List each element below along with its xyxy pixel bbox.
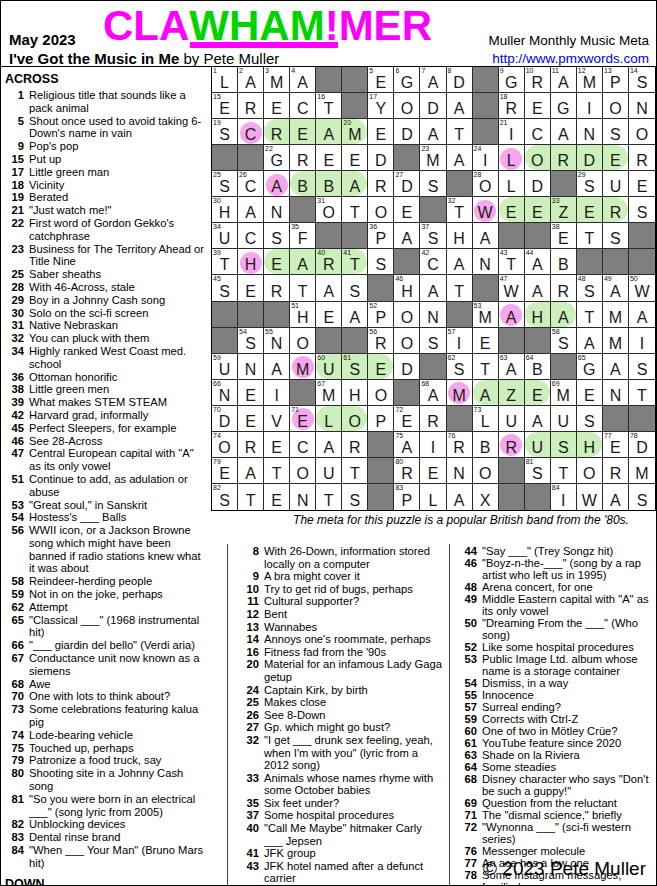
grid-cell[interactable]: E xyxy=(420,458,446,484)
grid-cell[interactable]: O xyxy=(394,328,420,354)
grid-cell[interactable]: P xyxy=(368,406,394,432)
grid-cell[interactable]: T xyxy=(342,197,368,223)
grid-cell[interactable]: L xyxy=(499,171,525,197)
clue-number: 15 xyxy=(5,153,29,166)
clue-text: Ottoman honorific xyxy=(29,371,207,384)
grid-cell[interactable]: X xyxy=(473,484,499,510)
clue-item: 47Central European capital with "A" as i… xyxy=(5,447,207,473)
grid-cell[interactable]: R xyxy=(551,275,577,301)
grid-cell[interactable]: T xyxy=(342,458,368,484)
grid-cell[interactable]: B xyxy=(290,171,316,197)
grid-cell[interactable]: E xyxy=(264,249,290,275)
grid-cell[interactable]: 30H xyxy=(212,197,238,223)
grid-cell[interactable]: 73L xyxy=(473,406,499,432)
grid-cell[interactable]: S xyxy=(342,484,368,510)
grid-cell[interactable]: 84I xyxy=(551,484,577,510)
clue-item: 69Question from the reluctant xyxy=(453,797,654,809)
cell-letter: S xyxy=(238,335,263,352)
grid-cell[interactable]: 48S xyxy=(577,275,603,301)
grid-cell[interactable]: 58S xyxy=(551,328,577,354)
grid-cell[interactable]: N xyxy=(629,93,655,119)
cell-letter: S xyxy=(212,178,237,195)
grid-cell[interactable]: O xyxy=(473,458,499,484)
grid-cell[interactable]: 56R xyxy=(368,328,394,354)
grid-cell[interactable]: T xyxy=(264,458,290,484)
grid-cell[interactable]: A xyxy=(447,93,473,119)
grid-cell[interactable]: 23M xyxy=(420,145,446,171)
grid-cell[interactable]: 35F xyxy=(290,223,316,249)
grid-cell[interactable]: S xyxy=(551,432,577,458)
grid-cell[interactable]: T xyxy=(316,484,342,510)
grid-cell[interactable]: A xyxy=(238,197,264,223)
clue-number: 62 xyxy=(5,601,29,614)
grid-cell[interactable]: 29S xyxy=(577,171,603,197)
grid-cell[interactable]: 64B xyxy=(525,354,551,380)
grid-cell[interactable]: R xyxy=(420,406,446,432)
cell-letter: O xyxy=(316,204,341,221)
grid-cell[interactable]: R xyxy=(629,145,655,171)
grid-cell[interactable]: O xyxy=(368,380,394,406)
grid-cell[interactable]: 8D xyxy=(447,67,473,93)
grid-cell[interactable]: U xyxy=(499,406,525,432)
grid-cell[interactable]: I xyxy=(577,93,603,119)
grid-cell[interactable]: A xyxy=(603,354,629,380)
grid-cell[interactable]: 36P xyxy=(368,223,394,249)
grid-cell[interactable]: 32T xyxy=(447,197,473,223)
title-segment: MER xyxy=(339,2,432,49)
grid-cell[interactable]: A xyxy=(342,302,368,328)
grid-cell[interactable]: T xyxy=(629,380,655,406)
grid-cell[interactable]: T xyxy=(473,354,499,380)
grid-cell[interactable]: O xyxy=(394,93,420,119)
grid-cell[interactable]: 57I xyxy=(447,328,473,354)
grid-cell[interactable]: A xyxy=(264,354,290,380)
grid-cell[interactable]: 47W xyxy=(499,275,525,301)
grid-cell[interactable]: O xyxy=(342,406,368,432)
grid-cell[interactable]: A xyxy=(290,249,316,275)
grid-cell[interactable]: 38E xyxy=(551,223,577,249)
clue-item: 57Surreal ending? xyxy=(453,701,654,713)
grid-cell[interactable]: A xyxy=(577,328,603,354)
grid-cell[interactable]: 26C xyxy=(238,171,264,197)
clue-text: Bent xyxy=(264,608,443,621)
grid-cell[interactable]: N xyxy=(264,197,290,223)
grid-cell[interactable]: E xyxy=(316,145,342,171)
cell-letter: O xyxy=(473,465,498,482)
grid-cell[interactable]: H xyxy=(525,302,551,328)
grid-cell[interactable]: R xyxy=(290,145,316,171)
grid-cell[interactable]: D xyxy=(394,354,420,380)
grid-cell[interactable]: 49A xyxy=(603,275,629,301)
grid-cell[interactable]: 10R xyxy=(525,67,551,93)
grid-cell[interactable]: 77E xyxy=(603,432,629,458)
grid-cell[interactable]: 55N xyxy=(264,328,290,354)
cell-letter: A xyxy=(447,492,472,509)
grid-cell[interactable]: 28O xyxy=(473,171,499,197)
grid-cell[interactable]: 75A xyxy=(394,432,420,458)
grid-cell[interactable]: S xyxy=(420,171,446,197)
grid-cell[interactable]: 33Z xyxy=(551,197,577,223)
grid-cell[interactable]: E xyxy=(264,93,290,119)
grid-cell[interactable]: 81S xyxy=(525,458,551,484)
clue-item: 16Fitness fad from the '90s xyxy=(235,646,443,659)
grid-cell-block xyxy=(368,275,394,301)
grid-cell[interactable]: 50W xyxy=(629,275,655,301)
grid-cell[interactable]: A xyxy=(238,458,264,484)
grid-cell[interactable]: B xyxy=(316,171,342,197)
grid-cell[interactable]: E xyxy=(368,119,394,145)
cell-letter: A xyxy=(420,283,445,300)
cell-letter: L xyxy=(316,413,341,430)
grid-cell[interactable]: 18R xyxy=(499,93,525,119)
grid-cell[interactable]: 5E xyxy=(368,67,394,93)
grid-cell[interactable]: H xyxy=(577,432,603,458)
grid-cell[interactable]: S xyxy=(577,406,603,432)
site-link[interactable]: http://www.pmxwords.com xyxy=(492,51,649,66)
grid-cell[interactable]: I xyxy=(420,432,446,458)
grid-cell[interactable]: A xyxy=(447,145,473,171)
grid-cell[interactable]: R xyxy=(499,432,525,458)
grid-cell[interactable]: E xyxy=(290,119,316,145)
clue-item: 25Makes close xyxy=(235,696,443,709)
grid-cell[interactable]: A xyxy=(525,406,551,432)
grid-cell[interactable]: A xyxy=(447,249,473,275)
grid-cell[interactable]: 9G xyxy=(499,67,525,93)
cell-letter: M xyxy=(264,74,289,91)
grid-cell[interactable]: R xyxy=(551,145,577,171)
cell-letter: M xyxy=(473,309,498,326)
grid-cell[interactable]: N xyxy=(603,380,629,406)
grid-cell[interactable]: 4A xyxy=(290,67,316,93)
grid-cell[interactable]: 21I xyxy=(499,119,525,145)
grid-cell[interactable]: 11A xyxy=(551,67,577,93)
grid-cell[interactable]: 42C xyxy=(420,249,446,275)
grid-cell[interactable]: 2A xyxy=(238,67,264,93)
grid-cell[interactable]: N xyxy=(577,119,603,145)
grid-cell[interactable]: R xyxy=(238,432,264,458)
grid-cell[interactable]: 76R xyxy=(447,432,473,458)
grid-cell[interactable]: 67M xyxy=(316,380,342,406)
grid-cell[interactable]: T xyxy=(551,458,577,484)
clue-text: Conductance unit now known as a siemens xyxy=(29,652,207,678)
grid-cell[interactable]: A xyxy=(629,302,655,328)
grid-cell[interactable]: E xyxy=(525,197,551,223)
grid-cell[interactable]: 79E xyxy=(212,458,238,484)
grid-cell[interactable]: A xyxy=(473,380,499,406)
cell-letter: R xyxy=(499,439,524,456)
grid-cell[interactable]: N xyxy=(447,458,473,484)
grid-cell[interactable]: R xyxy=(603,458,629,484)
grid-cell[interactable]: D xyxy=(525,171,551,197)
grid-cell[interactable]: O xyxy=(394,302,420,328)
grid-cell[interactable]: 13P xyxy=(603,67,629,93)
cell-letter: B xyxy=(290,178,315,195)
grid-cell[interactable]: S xyxy=(603,119,629,145)
grid-cell[interactable]: M xyxy=(290,354,316,380)
grid-cell[interactable]: L xyxy=(499,145,525,171)
grid-cell[interactable]: 12M xyxy=(577,67,603,93)
grid-cell[interactable]: E xyxy=(525,93,551,119)
grid-cell[interactable]: A xyxy=(420,119,446,145)
grid-cell[interactable]: 1L xyxy=(212,67,238,93)
grid-cell[interactable]: 63A xyxy=(499,354,525,380)
grid-cell[interactable]: 19S xyxy=(212,119,238,145)
grid-cell[interactable]: T xyxy=(577,302,603,328)
clue-number: 65 xyxy=(5,614,29,640)
grid-cell[interactable]: C xyxy=(238,223,264,249)
grid-cell[interactable]: R xyxy=(264,275,290,301)
grid-cell[interactable]: A xyxy=(473,223,499,249)
grid-cell[interactable]: E xyxy=(368,354,394,380)
grid-cell[interactable]: 43T xyxy=(499,249,525,275)
grid-cell[interactable]: S xyxy=(420,328,446,354)
grid-cell[interactable]: R xyxy=(342,432,368,458)
clue-text: "When ___ Your Man" (Bruno Mars hit) xyxy=(29,844,207,870)
grid-cell[interactable]: 39T xyxy=(212,249,238,275)
grid-cell[interactable]: H xyxy=(447,223,473,249)
grid-cell-block xyxy=(525,223,551,249)
grid-cell[interactable]: C xyxy=(290,432,316,458)
grid-cell[interactable]: N xyxy=(420,302,446,328)
grid-cell[interactable]: E xyxy=(264,484,290,510)
grid-cell[interactable]: E xyxy=(238,275,264,301)
grid-cell[interactable]: A xyxy=(420,275,446,301)
grid-cell[interactable]: 31O xyxy=(316,197,342,223)
grid-cell[interactable]: A xyxy=(603,484,629,510)
grid-cell[interactable]: 82S xyxy=(212,484,238,510)
clue-number: 68 xyxy=(453,773,482,797)
grid-cell[interactable]: 6G xyxy=(394,67,420,93)
grid-cell[interactable]: O xyxy=(290,328,316,354)
grid-cell[interactable]: A xyxy=(551,302,577,328)
grid-cell[interactable]: M xyxy=(603,328,629,354)
cell-letter: T xyxy=(342,256,367,273)
grid-cell[interactable]: M xyxy=(629,458,655,484)
grid-cell[interactable]: 20M xyxy=(342,119,368,145)
grid-cell[interactable]: L xyxy=(420,484,446,510)
clue-number: 14 xyxy=(235,633,264,646)
grid-cell[interactable]: 71E xyxy=(290,406,316,432)
grid-cell[interactable]: 25S xyxy=(212,171,238,197)
grid-cell[interactable]: D xyxy=(420,93,446,119)
grid-cell[interactable]: T xyxy=(447,275,473,301)
cell-letter: A xyxy=(629,309,655,326)
grid-cell[interactable]: 14S xyxy=(629,67,655,93)
grid-cell[interactable]: H xyxy=(238,249,264,275)
grid-cell[interactable]: B xyxy=(473,432,499,458)
cell-letter: E xyxy=(629,178,655,195)
grid-cell[interactable]: D xyxy=(368,145,394,171)
grid-cell[interactable]: H xyxy=(342,380,368,406)
grid-cell[interactable]: C xyxy=(290,93,316,119)
grid-cell[interactable]: T xyxy=(577,223,603,249)
grid-cell[interactable]: N xyxy=(290,484,316,510)
grid-cell[interactable]: U xyxy=(316,458,342,484)
grid-cell[interactable]: O xyxy=(629,119,655,145)
cell-letter: L xyxy=(499,178,524,195)
clue-number: 83 xyxy=(5,831,29,844)
grid-cell[interactable]: R xyxy=(264,119,290,145)
grid-cell[interactable]: 66N xyxy=(212,380,238,406)
grid-cell[interactable]: A xyxy=(447,484,473,510)
grid-cell[interactable]: S xyxy=(264,223,290,249)
grid-cell[interactable]: A xyxy=(551,119,577,145)
grid-cell[interactable]: A xyxy=(316,275,342,301)
grid-cell[interactable]: E xyxy=(342,145,368,171)
grid-cell[interactable]: 52P xyxy=(368,302,394,328)
grid-cell[interactable]: 61S xyxy=(342,354,368,380)
clue-item: 46"Boyz-n-the-___" (song by a rap artist… xyxy=(453,557,654,581)
grid-cell[interactable]: L xyxy=(316,406,342,432)
grid-cell[interactable]: 51H xyxy=(290,302,316,328)
grid-cell[interactable]: 54S xyxy=(238,328,264,354)
cell-letter: M xyxy=(603,335,628,352)
cell-letter: U xyxy=(551,413,576,430)
grid-cell[interactable]: Z xyxy=(499,380,525,406)
grid-cell[interactable]: 53M xyxy=(473,302,499,328)
grid-cell-block xyxy=(342,67,368,93)
grid-cell[interactable]: I xyxy=(629,328,655,354)
cell-letter: A xyxy=(603,361,628,378)
grid-cell[interactable]: R xyxy=(368,171,394,197)
grid-cell[interactable]: 15E xyxy=(212,93,238,119)
grid-cell[interactable]: C xyxy=(525,119,551,145)
grid-cell[interactable]: W xyxy=(577,484,603,510)
grid-cell[interactable]: E xyxy=(499,197,525,223)
grid-cell[interactable]: U xyxy=(525,432,551,458)
grid-cell[interactable]: 72E xyxy=(394,406,420,432)
grid-cell[interactable]: G xyxy=(551,93,577,119)
grid-cell[interactable]: O xyxy=(368,197,394,223)
cell-letter: S xyxy=(212,492,237,509)
grid-cell[interactable]: D xyxy=(577,145,603,171)
grid-cell[interactable]: E xyxy=(316,302,342,328)
grid-cell[interactable]: 78D xyxy=(629,432,655,458)
grid-cell[interactable]: A xyxy=(264,171,290,197)
grid-cell[interactable]: E xyxy=(525,380,551,406)
clue-number: 30 xyxy=(5,307,29,320)
grid-cell[interactable]: A xyxy=(394,223,420,249)
grid-cell[interactable]: S xyxy=(368,249,394,275)
grid-cell[interactable]: O xyxy=(603,93,629,119)
grid-cell[interactable]: 70D xyxy=(212,406,238,432)
clue-text: Some steadies xyxy=(482,761,654,773)
clue-item: 32"I get ___ drunk sex feeling, yeah, wh… xyxy=(235,734,443,772)
grid-cell[interactable]: B xyxy=(551,249,577,275)
grid-cell[interactable]: 37S xyxy=(420,223,446,249)
grid-cell[interactable]: 27D xyxy=(394,171,420,197)
grid-cell[interactable]: T xyxy=(238,484,264,510)
grid-cell[interactable]: R xyxy=(238,93,264,119)
cell-letter: S xyxy=(420,178,445,195)
cell-letter: C xyxy=(290,100,315,117)
grid-cell[interactable]: N xyxy=(473,249,499,275)
grid-cell[interactable]: A xyxy=(342,171,368,197)
grid-cell[interactable]: A xyxy=(525,275,551,301)
grid-cell[interactable]: 7A xyxy=(420,67,446,93)
grid-cell[interactable]: M xyxy=(603,302,629,328)
grid-cell[interactable]: C xyxy=(238,119,264,145)
grid-cell[interactable]: 24I xyxy=(473,145,499,171)
clue-number: 18 xyxy=(5,179,29,192)
grid-cell[interactable]: E xyxy=(603,145,629,171)
grid-cell[interactable]: 40R xyxy=(316,249,342,275)
grid-cell[interactable]: 46H xyxy=(394,275,420,301)
grid-cell[interactable]: S xyxy=(342,275,368,301)
grid-cell[interactable]: E xyxy=(577,197,603,223)
grid-cell[interactable]: 68A xyxy=(420,380,446,406)
grid-cell[interactable]: V xyxy=(264,406,290,432)
grid-cell[interactable]: O xyxy=(525,145,551,171)
grid-cell[interactable]: 60U xyxy=(316,354,342,380)
grid-cell[interactable]: E xyxy=(238,380,264,406)
grid-cell[interactable]: E xyxy=(394,197,420,223)
grid-cell[interactable]: 41T xyxy=(342,249,368,275)
grid-cell[interactable]: S xyxy=(629,354,655,380)
clue-item: 62Attempt xyxy=(5,601,207,614)
grid-cell[interactable]: E xyxy=(238,406,264,432)
grid-cell[interactable]: M xyxy=(447,380,473,406)
grid-cell[interactable]: 34U xyxy=(212,223,238,249)
grid-cell[interactable]: 44A xyxy=(525,249,551,275)
grid-cell[interactable]: S xyxy=(629,484,655,510)
clue-number: 38 xyxy=(5,383,29,396)
grid-cell[interactable]: U xyxy=(603,171,629,197)
grid-cell[interactable]: 59U xyxy=(212,354,238,380)
grid-cell[interactable]: O xyxy=(577,458,603,484)
grid-cell[interactable]: 3M xyxy=(264,67,290,93)
grid-cell[interactable]: E xyxy=(473,328,499,354)
cell-letter: E xyxy=(264,256,289,273)
cell-letter: I xyxy=(264,387,289,404)
grid-cell[interactable]: N xyxy=(238,354,264,380)
grid-cell[interactable]: A xyxy=(499,302,525,328)
grid-cell[interactable]: 83P xyxy=(394,484,420,510)
grid-cell[interactable]: 45S xyxy=(212,275,238,301)
grid-cell[interactable]: 65G xyxy=(577,354,603,380)
grid-cell[interactable]: R xyxy=(603,197,629,223)
grid-cell[interactable]: 22G xyxy=(264,145,290,171)
grid-cell[interactable]: W xyxy=(473,197,499,223)
grid-cell[interactable]: E xyxy=(577,380,603,406)
grid-cell[interactable]: 17Y xyxy=(368,93,394,119)
grid-cell[interactable]: E xyxy=(629,171,655,197)
grid-cell[interactable]: 62S xyxy=(447,354,473,380)
grid-cell[interactable]: I xyxy=(264,380,290,406)
clue-number: 73 xyxy=(5,703,29,729)
grid-cell[interactable]: 16T xyxy=(316,93,342,119)
grid-cell[interactable]: S xyxy=(629,197,655,223)
cell-letter: H xyxy=(577,439,602,456)
clue-text: Arena concert, for one xyxy=(482,581,654,593)
grid-cell[interactable]: A xyxy=(316,432,342,458)
grid-cell[interactable]: D xyxy=(394,119,420,145)
grid-cell[interactable]: T xyxy=(447,119,473,145)
grid-cell[interactable]: E xyxy=(264,432,290,458)
grid-cell[interactable]: S xyxy=(603,223,629,249)
cell-letter: A xyxy=(603,492,628,509)
grid-cell[interactable]: O xyxy=(290,458,316,484)
grid-cell[interactable]: 80R xyxy=(394,458,420,484)
cell-letter: D xyxy=(525,178,550,195)
grid-cell[interactable]: U xyxy=(551,406,577,432)
cell-letter: S xyxy=(342,361,367,378)
grid-cell[interactable]: 74O xyxy=(212,432,238,458)
grid-cell[interactable]: T xyxy=(290,275,316,301)
page-title: CLAWHAM!MER xyxy=(103,2,432,50)
grid-cell[interactable]: 69M xyxy=(551,380,577,406)
grid-cell[interactable]: A xyxy=(316,119,342,145)
